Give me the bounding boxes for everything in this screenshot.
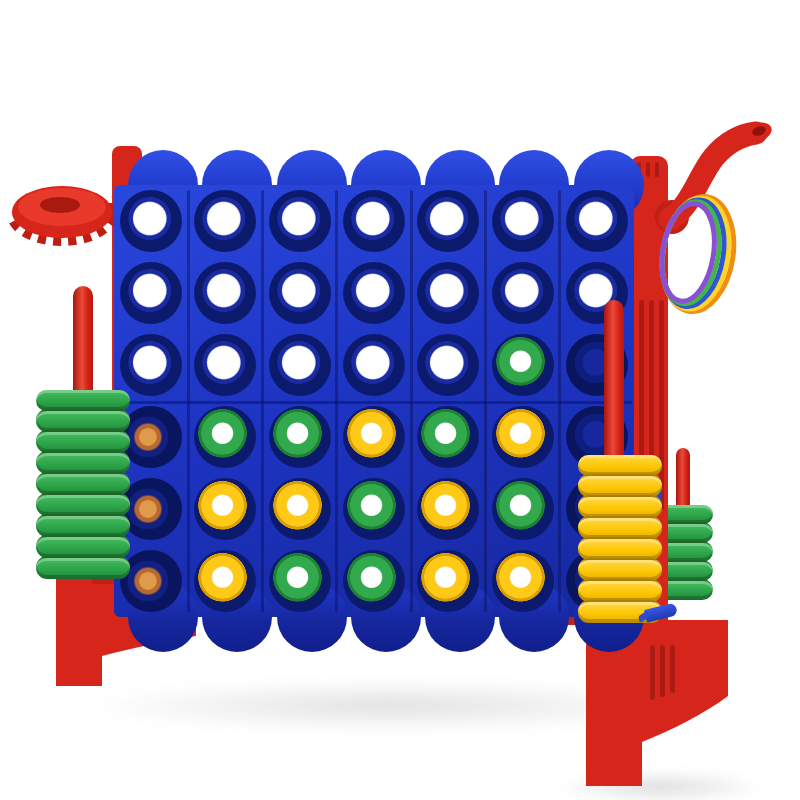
cell-r4c6[interactable]	[485, 401, 559, 473]
empty-hole	[120, 334, 182, 396]
green-disc	[269, 550, 331, 612]
cell-r2c1[interactable]	[114, 257, 188, 329]
cell-r4c4[interactable]	[337, 401, 411, 473]
left-stacking-post	[73, 286, 93, 402]
cell-r2c5[interactable]	[411, 257, 485, 329]
empty-hole	[343, 190, 405, 252]
empty-hole	[343, 262, 405, 324]
cell-r3c6[interactable]	[485, 329, 559, 401]
empty-hole	[417, 190, 479, 252]
yellow-disc	[492, 550, 554, 612]
cell-r2c6[interactable]	[485, 257, 559, 329]
empty-hole	[120, 262, 182, 324]
green-disc	[343, 550, 405, 612]
cell-r1c2[interactable]	[188, 185, 262, 257]
cell-r3c2[interactable]	[188, 329, 262, 401]
cell-r6c6[interactable]	[485, 545, 559, 617]
giant-connect-four-product-photo: { "game": "Connect Four (giant jumbo 4-i…	[0, 0, 800, 800]
empty-hole	[566, 190, 628, 252]
green-stack-disc[interactable]	[36, 430, 130, 453]
cell-r4c3[interactable]	[263, 401, 337, 473]
cell-r6c4[interactable]	[337, 545, 411, 617]
yellow-disc	[492, 406, 554, 468]
empty-hole	[120, 190, 182, 252]
yellow-stack-disc[interactable]	[578, 516, 662, 539]
right-stacking-post	[604, 300, 624, 472]
cell-r2c3[interactable]	[263, 257, 337, 329]
yellow-stack-disc[interactable]	[578, 455, 662, 476]
empty-hole	[417, 262, 479, 324]
green-disc	[343, 478, 405, 540]
cell-r5c5[interactable]	[411, 473, 485, 545]
green-stack-disc[interactable]	[36, 514, 130, 537]
cell-r1c6[interactable]	[485, 185, 559, 257]
left-green-disc-stack[interactable]	[36, 390, 130, 579]
green-stack-disc[interactable]	[36, 556, 130, 579]
cell-r5c3[interactable]	[263, 473, 337, 545]
empty-hole	[269, 262, 331, 324]
yellow-disc	[269, 478, 331, 540]
cell-r1c3[interactable]	[263, 185, 337, 257]
green-stack-disc[interactable]	[36, 535, 130, 558]
yellow-stack-disc[interactable]	[578, 537, 662, 560]
cell-r2c4[interactable]	[337, 257, 411, 329]
green-stack-disc[interactable]	[36, 451, 130, 474]
empty-hole	[269, 190, 331, 252]
cell-r1c7[interactable]	[560, 185, 634, 257]
yellow-stack-disc[interactable]	[578, 474, 662, 497]
cell-r4c2[interactable]	[188, 401, 262, 473]
cell-r6c3[interactable]	[263, 545, 337, 617]
empty-hole	[269, 334, 331, 396]
yellow-stack-disc[interactable]	[578, 579, 662, 602]
cell-r5c2[interactable]	[188, 473, 262, 545]
empty-hole	[492, 190, 554, 252]
green-stack-disc[interactable]	[36, 390, 130, 411]
yellow-disc	[194, 478, 256, 540]
connect4-board	[114, 150, 634, 652]
green-disc	[194, 406, 256, 468]
right-yellow-disc-stack[interactable]	[578, 455, 662, 623]
cell-r3c4[interactable]	[337, 329, 411, 401]
cell-r6c5[interactable]	[411, 545, 485, 617]
yellow-disc	[417, 550, 479, 612]
green-disc	[492, 478, 554, 540]
cell-r5c4[interactable]	[337, 473, 411, 545]
yellow-disc	[343, 406, 405, 468]
green-disc	[269, 406, 331, 468]
empty-hole	[194, 262, 256, 324]
empty-hole	[343, 334, 405, 396]
yellow-disc	[417, 478, 479, 540]
yellow-stack-disc[interactable]	[578, 495, 662, 518]
cell-r3c3[interactable]	[263, 329, 337, 401]
yellow-disc	[194, 550, 256, 612]
green-stack-disc[interactable]	[36, 472, 130, 495]
board-grid	[114, 185, 634, 617]
cell-r6c2[interactable]	[188, 545, 262, 617]
empty-hole	[492, 262, 554, 324]
hoop-center-hole	[40, 197, 80, 213]
cell-r4c5[interactable]	[411, 401, 485, 473]
toss-rings	[652, 190, 747, 325]
empty-hole	[194, 334, 256, 396]
green-disc	[492, 334, 554, 396]
empty-hole	[417, 334, 479, 396]
empty-hole	[194, 190, 256, 252]
cell-r5c6[interactable]	[485, 473, 559, 545]
cell-r1c1[interactable]	[114, 185, 188, 257]
yellow-stack-disc[interactable]	[578, 558, 662, 581]
green-stack-disc[interactable]	[36, 493, 130, 516]
green-disc	[417, 406, 479, 468]
cell-r1c5[interactable]	[411, 185, 485, 257]
cell-r1c4[interactable]	[337, 185, 411, 257]
cell-r3c5[interactable]	[411, 329, 485, 401]
cell-r2c2[interactable]	[188, 257, 262, 329]
green-stack-disc[interactable]	[36, 409, 130, 432]
